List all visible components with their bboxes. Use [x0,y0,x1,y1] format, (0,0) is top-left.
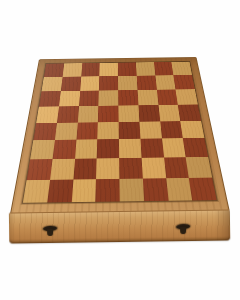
board-square[interactable] [136,75,156,89]
board-square[interactable] [62,63,82,77]
board-square[interactable] [172,62,193,75]
game-box-photo [0,0,240,300]
board-square[interactable] [27,159,53,180]
board-square[interactable] [42,77,63,91]
board-square[interactable] [118,105,139,122]
box-front-face [9,209,230,243]
board-square[interactable] [183,138,208,157]
board-square[interactable] [139,121,161,139]
board-square[interactable] [61,76,81,90]
drawer-handle-left-icon [42,223,58,236]
board-square[interactable] [143,178,169,201]
drawer-handle-right-icon [175,221,191,234]
board-square[interactable] [44,63,64,77]
board-square[interactable] [97,139,119,158]
board-square[interactable] [73,159,97,180]
board-square[interactable] [39,91,61,107]
board-square[interactable] [36,106,59,123]
board-square[interactable] [164,157,189,178]
board-square[interactable] [75,140,98,159]
board-square[interactable] [99,90,119,105]
board-square[interactable] [118,62,137,76]
board-square[interactable] [141,158,165,179]
board-grid [22,61,218,204]
board-square[interactable] [119,158,142,179]
board-square[interactable] [174,75,195,89]
board-square[interactable] [178,104,201,121]
board-square[interactable] [155,75,176,89]
board-square[interactable] [59,91,80,107]
board-square[interactable] [118,76,137,90]
board-square[interactable] [52,140,76,159]
board-square[interactable] [76,122,98,140]
board-square[interactable] [33,123,57,141]
board-square[interactable] [138,105,160,122]
board-square[interactable] [162,138,186,157]
board-frame [10,57,230,215]
board-square[interactable] [156,89,177,104]
board-square[interactable] [55,122,78,140]
board-square[interactable] [137,90,158,105]
board-square[interactable] [158,105,180,122]
board-square[interactable] [47,180,73,203]
board-square[interactable] [77,106,98,123]
board-square[interactable] [119,179,144,202]
board-square[interactable] [95,179,119,202]
board-square[interactable] [118,90,138,105]
board-square[interactable] [80,76,100,90]
board-square[interactable] [99,63,118,77]
board-square[interactable] [50,159,75,180]
board-square[interactable] [97,122,118,140]
board-square[interactable] [119,121,141,139]
board-square[interactable] [166,178,193,201]
board-square[interactable] [99,76,118,90]
board-square[interactable] [79,90,99,105]
board-square[interactable] [23,180,50,203]
board-square[interactable] [81,63,100,77]
board-square[interactable] [96,158,119,179]
board-square[interactable] [180,121,204,139]
board-square[interactable] [154,62,174,75]
board-square[interactable] [189,178,217,201]
board-square[interactable] [71,179,96,202]
board-square[interactable] [176,89,198,104]
board-square[interactable] [186,157,212,178]
board-square[interactable] [119,139,142,158]
board-square[interactable] [136,62,155,76]
board-square[interactable] [30,140,55,159]
board-square[interactable] [160,121,183,139]
board-square[interactable] [98,105,119,122]
board-square[interactable] [57,106,79,123]
board-square[interactable] [140,139,163,158]
